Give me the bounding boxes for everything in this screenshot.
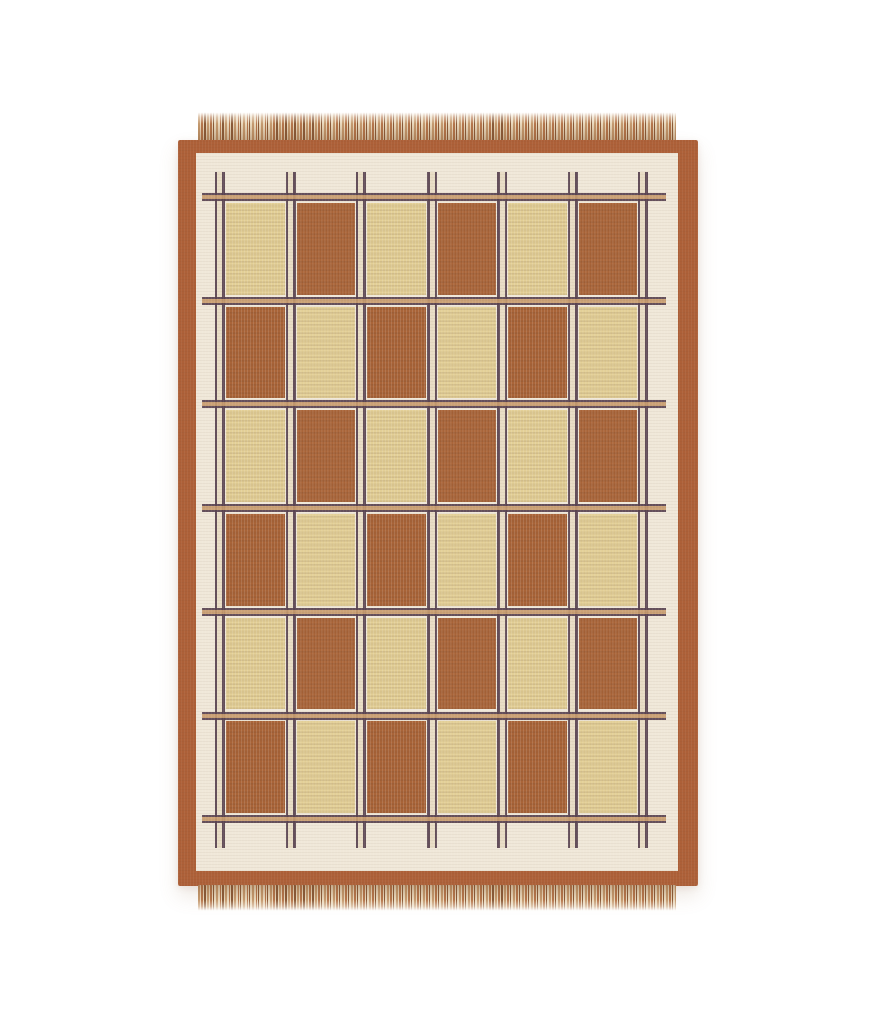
board-square [438, 514, 497, 606]
grid-hline [202, 504, 666, 512]
board-square [367, 307, 426, 399]
board-square [579, 410, 638, 502]
rug-field [196, 153, 678, 871]
board-square [297, 203, 356, 295]
board-square [367, 410, 426, 502]
board-square [367, 514, 426, 606]
board-square [226, 307, 285, 399]
grid-hline [202, 712, 666, 720]
board-square [367, 721, 426, 813]
grid-hline [202, 400, 666, 408]
board-square [579, 514, 638, 606]
board-square [297, 618, 356, 710]
fringe-top [198, 112, 676, 140]
rug [178, 140, 698, 886]
board-square [438, 307, 497, 399]
board-square [508, 203, 567, 295]
board-square [508, 410, 567, 502]
grid-hline [202, 815, 666, 823]
grid-hline [202, 297, 666, 305]
board-square [226, 618, 285, 710]
board-square [297, 514, 356, 606]
grid-hline [202, 608, 666, 616]
board-square [438, 721, 497, 813]
board-square [579, 307, 638, 399]
grid-hline [202, 193, 666, 201]
board-square [579, 203, 638, 295]
board-square [226, 514, 285, 606]
board-square [508, 514, 567, 606]
board-square [297, 721, 356, 813]
board-square [297, 307, 356, 399]
board-square [226, 203, 285, 295]
board-square [438, 618, 497, 710]
board-square [226, 721, 285, 813]
fringe-bottom [198, 885, 676, 911]
board-square [579, 721, 638, 813]
board-square [508, 618, 567, 710]
board-square [508, 721, 567, 813]
board-square [438, 203, 497, 295]
board-square [367, 618, 426, 710]
board-square [438, 410, 497, 502]
board-square [297, 410, 356, 502]
board-square [226, 410, 285, 502]
board-square [508, 307, 567, 399]
board-square [579, 618, 638, 710]
board-square [367, 203, 426, 295]
product-photo-canvas [0, 0, 877, 1024]
